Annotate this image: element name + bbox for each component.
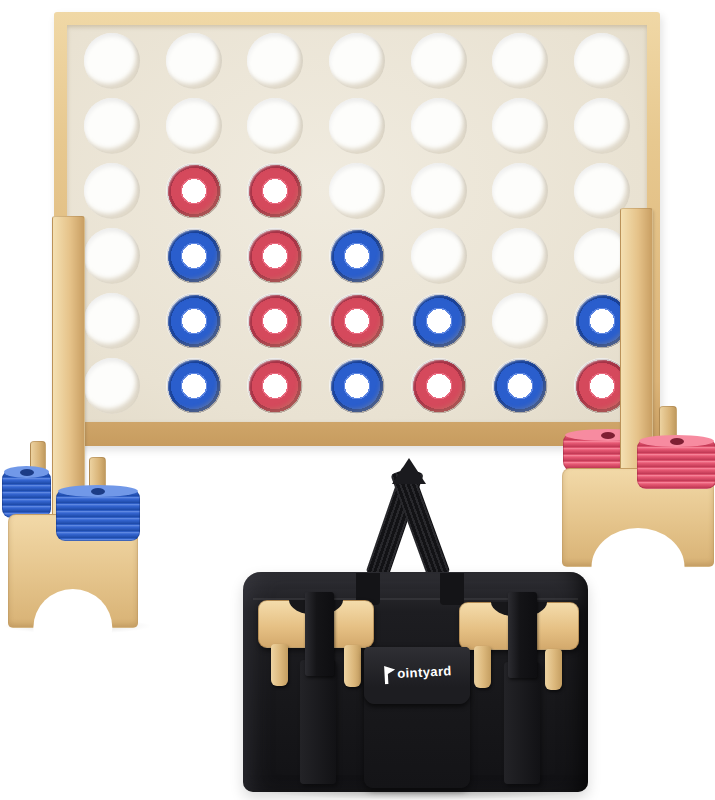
board-cell-r6c6 [480,354,562,419]
board-cell-r5c3 [234,289,316,354]
board-cell-r1c7 [561,28,643,93]
blue-ring-piece [166,228,222,284]
empty-hole [166,98,222,154]
board-cell-r2c7 [561,93,643,158]
red-ring-piece [247,228,303,284]
board-cell-r1c6 [480,28,562,93]
empty-hole [411,163,467,219]
empty-hole [247,98,303,154]
blue-ring-piece [329,228,385,284]
board-cell-r3c4 [316,158,398,223]
bag-strap-sleeve-right [504,662,540,784]
brand-logo: ointyard [364,659,471,686]
empty-hole [247,33,303,89]
board-cell-r2c4 [316,93,398,158]
empty-hole [492,228,548,284]
board-cell-r3c6 [480,158,562,223]
bag-front-pocket: ointyard [364,647,470,788]
empty-hole [329,98,385,154]
board-cell-r4c5 [398,223,480,288]
empty-hole [492,98,548,154]
blue-ring-piece [166,358,222,414]
product-photo-scene: ointyard [0,0,715,800]
board-cell-r6c4 [316,354,398,419]
blue-ring-piece [411,293,467,349]
red-ring-piece [411,358,467,414]
blue-ring-piece [166,293,222,349]
empty-hole [166,33,222,89]
board-cell-r1c5 [398,28,480,93]
board-cell-r4c6 [480,223,562,288]
red-ring-stack-front [637,439,715,489]
empty-hole [329,163,385,219]
brand-logo-text: ointyard [397,663,452,681]
board-cell-r6c2 [153,354,235,419]
board-cell-r3c5 [398,158,480,223]
board-cell-r1c4 [316,28,398,93]
empty-hole [84,98,140,154]
empty-hole [84,293,140,349]
wooden-leg-dowel-2 [344,645,361,687]
wooden-leg-dowel-1 [271,644,288,686]
bag-strap-left [305,592,334,676]
board-face [67,25,647,422]
board-cell-r1c2 [153,28,235,93]
board-cell-r5c5 [398,289,480,354]
board-cell-r5c2 [153,289,235,354]
blue-ring-stack-front [56,489,140,541]
empty-hole [574,33,630,89]
connect-four-board [54,12,660,446]
board-grid [67,25,647,422]
board-cell-r4c3 [234,223,316,288]
logo-flag-icon [382,663,398,685]
blue-ring-stack-rear [2,470,51,518]
board-cell-r2c2 [153,93,235,158]
empty-hole [492,293,548,349]
empty-hole [492,33,548,89]
board-cell-r1c3 [234,28,316,93]
board-cell-r2c5 [398,93,480,158]
red-ring-piece [247,163,303,219]
empty-hole [84,33,140,89]
red-ring-piece [329,293,385,349]
pocket-flap: ointyard [364,647,470,704]
empty-hole [574,98,630,154]
empty-hole [411,228,467,284]
board-cell-r5c6 [480,289,562,354]
board-cell-r3c2 [153,158,235,223]
blue-ring-piece [492,358,548,414]
board-cell-r2c6 [480,93,562,158]
board-cell-r3c1 [71,158,153,223]
board-cell-r1c1 [71,28,153,93]
empty-hole [84,163,140,219]
bag-strap-sleeve-left [300,660,336,784]
empty-hole [329,33,385,89]
board-cell-r6c5 [398,354,480,419]
board-cell-r5c4 [316,289,398,354]
blue-ring-piece [329,358,385,414]
red-ring-piece [247,293,303,349]
stand-post-left [52,216,85,530]
empty-hole [411,98,467,154]
board-cell-r4c4 [316,223,398,288]
board-cell-r4c2 [153,223,235,288]
bag-strap-right [508,592,537,678]
board-cell-r6c3 [234,354,316,419]
empty-hole [84,228,140,284]
board-cell-r2c3 [234,93,316,158]
bag-handle-anchor-right [440,573,464,605]
empty-hole [411,33,467,89]
empty-hole [84,358,140,414]
wooden-leg-dowel-3 [474,646,491,688]
board-cell-r3c3 [234,158,316,223]
red-ring-piece [247,358,303,414]
wooden-leg-dowel-4 [545,649,562,690]
red-ring-piece [166,163,222,219]
board-cell-r2c1 [71,93,153,158]
empty-hole [492,163,548,219]
